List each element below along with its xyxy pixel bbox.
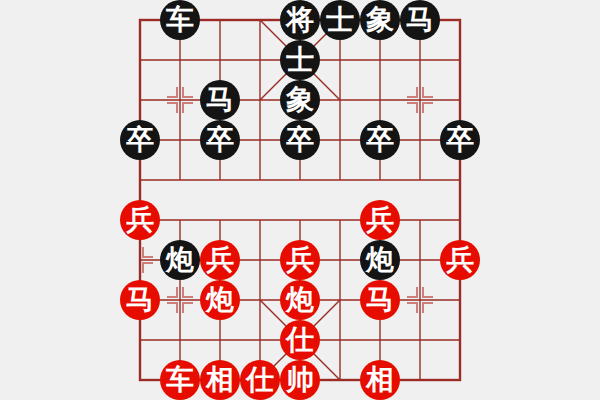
piece-black-chariot[interactable]: 车: [160, 0, 200, 40]
piece-red-soldier[interactable]: 兵: [360, 200, 400, 240]
piece-black-advisor[interactable]: 士: [280, 40, 320, 80]
piece-red-soldier[interactable]: 兵: [200, 240, 240, 280]
piece-black-horse[interactable]: 马: [400, 0, 440, 40]
piece-red-soldier[interactable]: 兵: [120, 200, 160, 240]
piece-black-advisor[interactable]: 士: [320, 0, 360, 40]
board: 车将士象马士马象卒卒卒卒卒炮炮兵兵兵兵兵马炮炮马仕车相仕帅相: [120, 0, 480, 400]
piece-black-cannon[interactable]: 炮: [360, 240, 400, 280]
piece-black-soldier[interactable]: 卒: [280, 120, 320, 160]
piece-red-general[interactable]: 帅: [280, 360, 320, 400]
piece-red-horse[interactable]: 马: [120, 280, 160, 320]
piece-black-soldier[interactable]: 卒: [120, 120, 160, 160]
piece-black-soldier[interactable]: 卒: [200, 120, 240, 160]
piece-red-horse[interactable]: 马: [360, 280, 400, 320]
xiangqi-board-diagram: 车将士象马士马象卒卒卒卒卒炮炮兵兵兵兵兵马炮炮马仕车相仕帅相: [0, 0, 600, 400]
piece-red-advisor[interactable]: 仕: [240, 360, 280, 400]
piece-black-general[interactable]: 将: [280, 0, 320, 40]
piece-red-advisor[interactable]: 仕: [280, 320, 320, 360]
piece-red-soldier[interactable]: 兵: [280, 240, 320, 280]
piece-red-cannon[interactable]: 炮: [200, 280, 240, 320]
piece-red-elephant[interactable]: 相: [200, 360, 240, 400]
piece-black-elephant[interactable]: 象: [360, 0, 400, 40]
piece-black-horse[interactable]: 马: [200, 80, 240, 120]
piece-red-cannon[interactable]: 炮: [280, 280, 320, 320]
piece-black-elephant[interactable]: 象: [280, 80, 320, 120]
piece-red-elephant[interactable]: 相: [360, 360, 400, 400]
piece-red-chariot[interactable]: 车: [160, 360, 200, 400]
piece-black-soldier[interactable]: 卒: [440, 120, 480, 160]
piece-black-soldier[interactable]: 卒: [360, 120, 400, 160]
piece-red-soldier[interactable]: 兵: [440, 240, 480, 280]
piece-black-cannon[interactable]: 炮: [160, 240, 200, 280]
